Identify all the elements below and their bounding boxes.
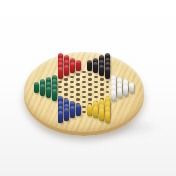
hole[interactable]: [88, 93, 91, 95]
hole[interactable]: [76, 78, 79, 80]
peg-red[interactable]: [76, 60, 81, 71]
hole[interactable]: [64, 78, 67, 80]
hole[interactable]: [70, 96, 73, 98]
hole[interactable]: [100, 88, 103, 90]
hole[interactable]: [64, 88, 67, 90]
hole[interactable]: [94, 86, 97, 88]
hole[interactable]: [58, 81, 61, 83]
peg-red[interactable]: [58, 67, 63, 78]
peg-white[interactable]: [111, 89, 116, 101]
hole[interactable]: [58, 91, 61, 93]
peg-green[interactable]: [52, 89, 57, 101]
hole[interactable]: [94, 81, 97, 83]
hole[interactable]: [88, 73, 91, 75]
peg-white[interactable]: [123, 84, 128, 96]
peg-yellow[interactable]: [99, 108, 104, 121]
chinese-checkers-board: [24, 52, 144, 132]
hole[interactable]: [58, 86, 61, 88]
peg-red[interactable]: [64, 65, 69, 76]
hole[interactable]: [100, 83, 103, 85]
peg-black[interactable]: [105, 67, 110, 78]
hole[interactable]: [70, 86, 73, 88]
peg-blue[interactable]: [58, 111, 63, 124]
hole[interactable]: [82, 86, 85, 88]
peg-green[interactable]: [34, 82, 39, 94]
hole[interactable]: [76, 73, 79, 75]
peg-blue[interactable]: [64, 108, 69, 121]
hole[interactable]: [76, 83, 79, 85]
hole[interactable]: [82, 101, 85, 103]
peg-white[interactable]: [117, 87, 122, 99]
peg-black[interactable]: [99, 65, 104, 76]
hole[interactable]: [82, 96, 85, 98]
hole[interactable]: [94, 96, 97, 98]
hole[interactable]: [82, 106, 85, 108]
hole[interactable]: [106, 91, 109, 93]
hole[interactable]: [64, 93, 67, 95]
hole[interactable]: [88, 78, 91, 80]
hole[interactable]: [82, 76, 85, 78]
hole[interactable]: [100, 78, 103, 80]
hole[interactable]: [82, 91, 85, 93]
hole[interactable]: [88, 98, 91, 100]
hole[interactable]: [88, 83, 91, 85]
hole[interactable]: [82, 71, 85, 73]
hole[interactable]: [76, 98, 79, 100]
hole[interactable]: [76, 93, 79, 95]
peg-blue[interactable]: [70, 106, 75, 118]
hole[interactable]: [82, 111, 85, 113]
hole[interactable]: [94, 76, 97, 78]
peg-black[interactable]: [93, 62, 98, 73]
peg-yellow[interactable]: [87, 104, 92, 116]
peg-white[interactable]: [129, 82, 134, 94]
hole[interactable]: [70, 81, 73, 83]
hole[interactable]: [100, 93, 103, 95]
peg-black[interactable]: [87, 60, 92, 71]
peg-holes-layer: [24, 52, 144, 132]
hole[interactable]: [106, 81, 109, 83]
hole[interactable]: [76, 88, 79, 90]
peg-green[interactable]: [40, 84, 45, 96]
hole[interactable]: [64, 83, 67, 85]
hole[interactable]: [70, 91, 73, 93]
peg-red[interactable]: [70, 62, 75, 73]
hole[interactable]: [88, 88, 91, 90]
hole[interactable]: [70, 76, 73, 78]
peg-green[interactable]: [46, 87, 51, 99]
photo-backdrop: [0, 0, 176, 176]
peg-blue[interactable]: [76, 104, 81, 116]
hole[interactable]: [82, 81, 85, 83]
hole[interactable]: [106, 86, 109, 88]
hole[interactable]: [94, 91, 97, 93]
peg-yellow[interactable]: [105, 111, 110, 124]
peg-yellow[interactable]: [93, 106, 98, 118]
